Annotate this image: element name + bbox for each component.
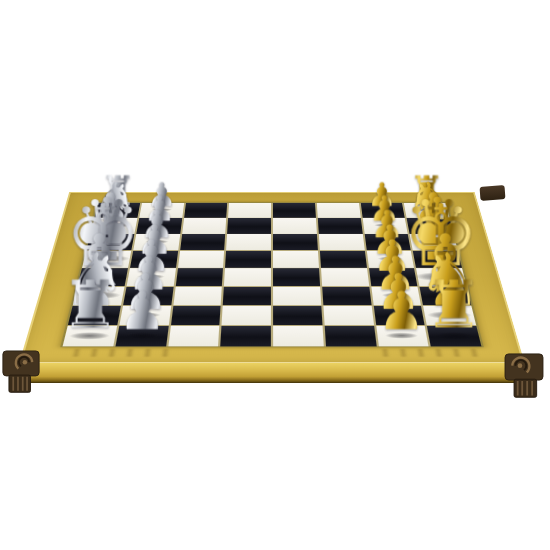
square: [320, 251, 367, 268]
square: [173, 287, 222, 305]
board-foot-front-left: [2, 349, 40, 396]
piece-shadow: [423, 292, 468, 300]
square: [223, 287, 271, 305]
square: [273, 326, 323, 346]
square: [273, 234, 318, 250]
square: [360, 203, 405, 218]
square: [178, 251, 225, 268]
square: [317, 203, 361, 218]
square: [94, 203, 139, 218]
square: [130, 251, 178, 268]
square: [133, 234, 180, 250]
frame-reflection-right: [375, 349, 490, 357]
square: [222, 306, 271, 325]
square: [170, 306, 220, 325]
square: [139, 203, 184, 218]
piece-shadow: [385, 333, 419, 339]
square: [366, 251, 414, 268]
square: [319, 234, 365, 250]
square: [404, 203, 449, 218]
square: [410, 234, 458, 250]
piece-shadow: [379, 274, 407, 279]
square: [324, 326, 376, 346]
square: [362, 218, 408, 233]
piece-shadow: [433, 332, 475, 339]
square: [226, 234, 271, 250]
square: [413, 251, 462, 268]
square: [322, 287, 371, 305]
square: [273, 251, 319, 268]
square: [136, 218, 182, 233]
frame-reflection-left: [66, 349, 170, 357]
square: [224, 268, 271, 286]
board-foot-back-right: [480, 185, 506, 201]
square: [175, 268, 223, 286]
square: [273, 218, 317, 233]
piece-shadow: [125, 333, 159, 339]
square: [318, 218, 363, 233]
board-front-edge: [19, 363, 525, 383]
square: [323, 306, 373, 325]
square: [227, 218, 271, 233]
square: [184, 203, 228, 218]
square: [220, 326, 270, 346]
square: [228, 203, 271, 218]
square: [82, 251, 131, 268]
square: [321, 268, 369, 286]
square: [91, 218, 138, 233]
square: [407, 218, 454, 233]
square: [364, 234, 411, 250]
square: [180, 234, 226, 250]
square: [273, 287, 321, 305]
piece-shadow: [381, 293, 411, 298]
square: [182, 218, 227, 233]
piece-shadow: [133, 293, 163, 298]
square: [225, 251, 271, 268]
piece-shadow: [137, 274, 165, 279]
chess-board: ♜♞♝♛♚♝♞♜♟♟♟♟♟♟♟♟♟♟♟♟♟♟♟♟♜♞♝♛♚♝♞♜: [19, 192, 525, 363]
square: [273, 203, 316, 218]
board-foot-front-right: [504, 353, 544, 400]
square: [86, 234, 134, 250]
chess-set-photo: ♜♞♝♛♚♝♞♜♟♟♟♟♟♟♟♟♟♟♟♟♟♟♟♟♜♞♝♛♚♝♞♜: [0, 0, 550, 550]
square: [168, 326, 220, 346]
square: [273, 268, 320, 286]
piece-shadow: [383, 312, 415, 318]
square: [273, 306, 322, 325]
